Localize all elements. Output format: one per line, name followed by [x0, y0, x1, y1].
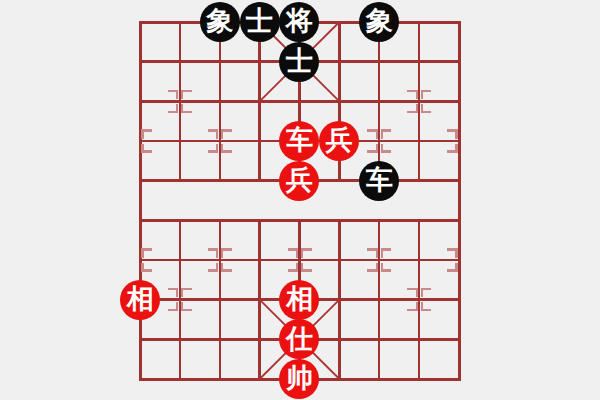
piece-black-general[interactable]: 将: [279, 2, 319, 42]
piece-red-pawn-2[interactable]: 兵: [279, 161, 319, 201]
xiangqi-board: 象士将象士车兵兵车相相仕帅: [0, 0, 600, 400]
piece-black-chariot[interactable]: 车: [359, 161, 399, 201]
piece-red-elephant-2[interactable]: 相: [279, 280, 319, 320]
piece-red-pawn-1[interactable]: 兵: [319, 121, 359, 161]
piece-red-king[interactable]: 帅: [279, 359, 319, 399]
piece-black-advisor-1[interactable]: 士: [240, 2, 280, 42]
piece-red-advisor[interactable]: 仕: [279, 319, 319, 359]
pieces-grid: 象士将象士车兵兵车相相仕帅: [120, 2, 479, 399]
piece-black-elephant-1[interactable]: 象: [200, 2, 240, 42]
piece-red-elephant-1[interactable]: 相: [120, 280, 160, 320]
piece-black-elephant-2[interactable]: 象: [359, 2, 399, 42]
piece-red-chariot[interactable]: 车: [279, 121, 319, 161]
piece-black-advisor-2[interactable]: 士: [279, 42, 319, 82]
